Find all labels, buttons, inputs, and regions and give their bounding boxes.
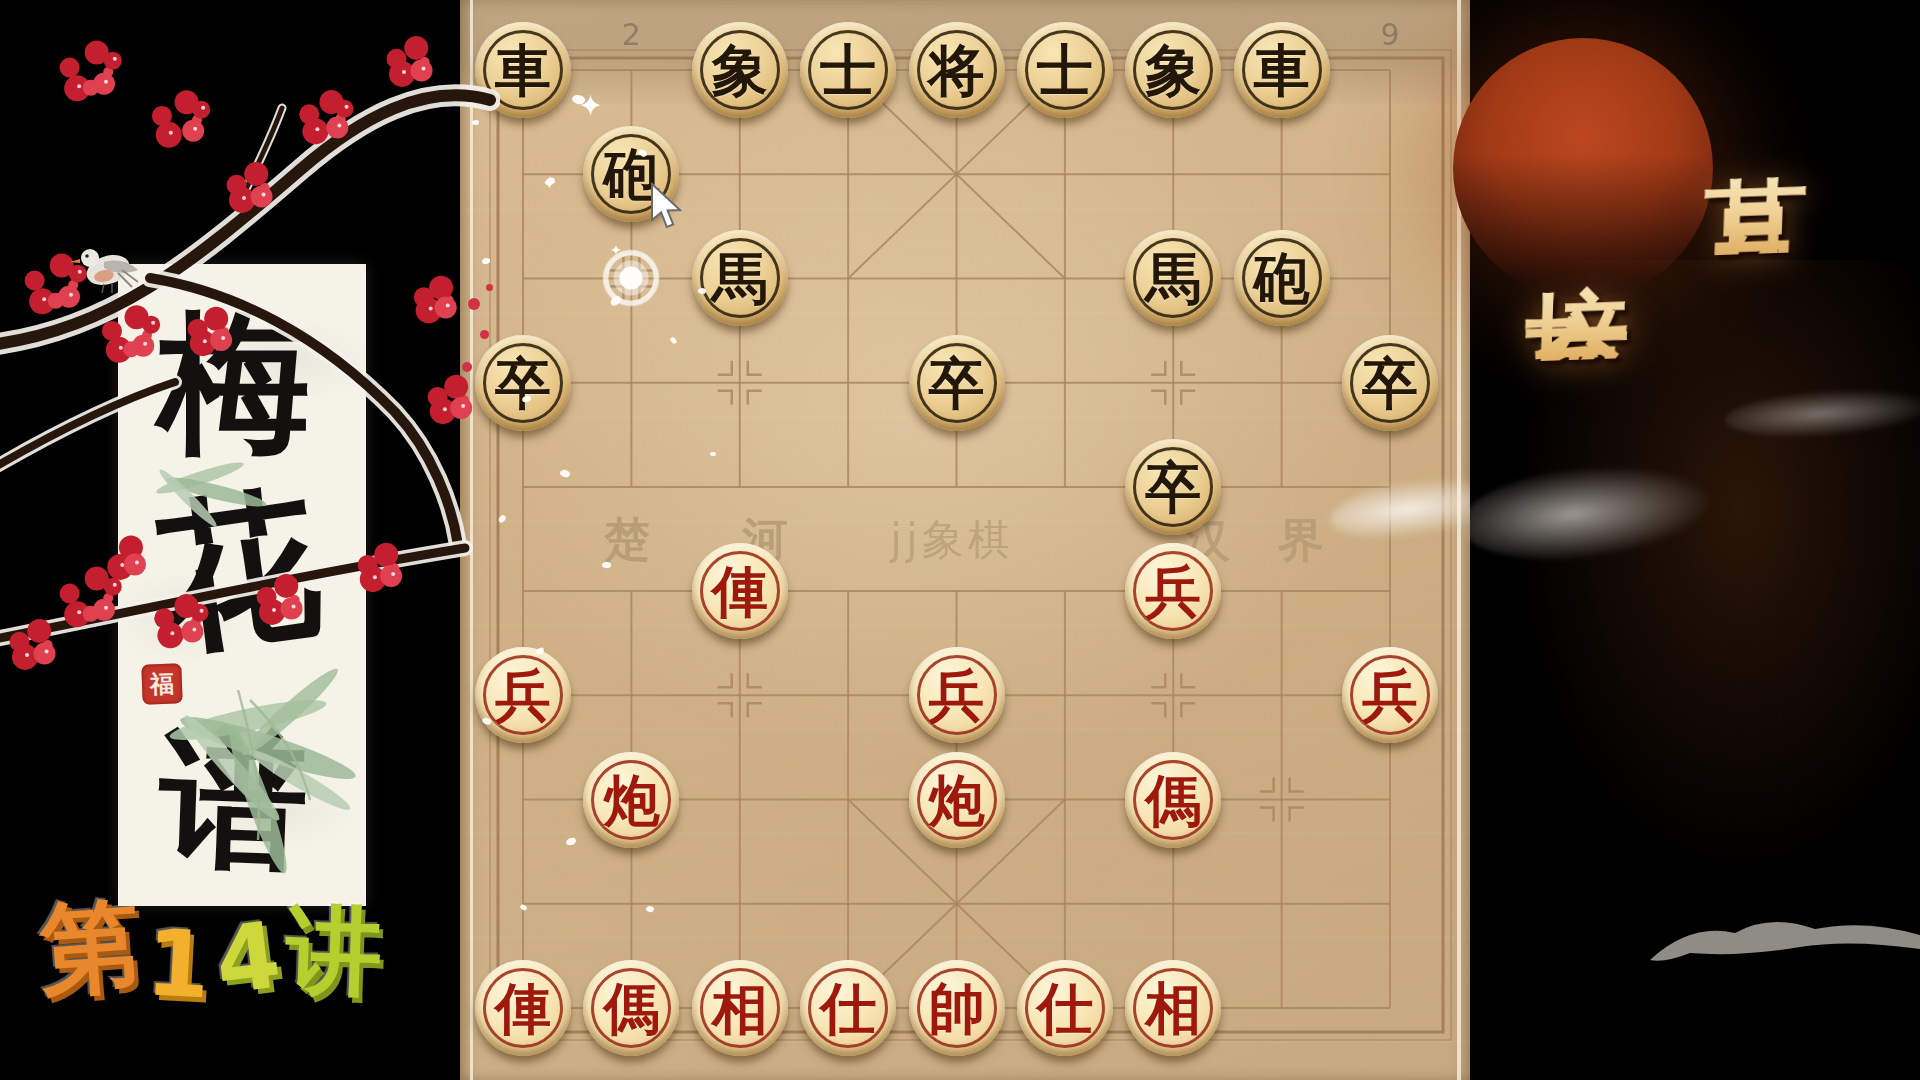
piece-glyph: 炮 bbox=[929, 752, 985, 848]
piece-glyph: 帥 bbox=[929, 960, 985, 1056]
piece-glyph: 俥 bbox=[495, 960, 551, 1056]
piece-glyph: 馬 bbox=[712, 230, 768, 326]
petal-decoration bbox=[482, 258, 490, 264]
piece-glyph: 仕 bbox=[1037, 960, 1093, 1056]
piece-glyph: 卒 bbox=[495, 335, 551, 431]
mountain-silhouette bbox=[1650, 905, 1920, 967]
file-label-9: 9 bbox=[1380, 17, 1399, 52]
piece-glyph: 卒 bbox=[1145, 439, 1201, 535]
piece-glyph: 象 bbox=[1145, 22, 1201, 118]
piece-glyph: 傌 bbox=[1145, 752, 1201, 848]
piece-glyph: 兵 bbox=[929, 647, 985, 743]
piece-glyph: 士 bbox=[1037, 22, 1093, 118]
piece-glyph: 将 bbox=[929, 22, 985, 118]
piece-glyph: 兵 bbox=[495, 647, 551, 743]
piece-red-chariot[interactable]: 俥 bbox=[692, 543, 788, 639]
episode-char: 讲 bbox=[284, 886, 384, 1019]
banner-column-left: 培育象棋人才 bbox=[1519, 196, 1641, 362]
jj-xiangqi-watermark: jj象棋 bbox=[890, 512, 1013, 568]
piece-red-chariot[interactable]: 俥 bbox=[475, 960, 571, 1056]
piece-red-elephant[interactable]: 相 bbox=[1125, 960, 1221, 1056]
piece-black-chariot[interactable]: 車 bbox=[475, 22, 571, 118]
piece-black-soldier[interactable]: 卒 bbox=[1125, 439, 1221, 535]
piece-glyph: 相 bbox=[1145, 960, 1201, 1056]
piece-black-soldier[interactable]: 卒 bbox=[909, 335, 1005, 431]
piece-glyph: 炮 bbox=[603, 752, 659, 848]
episode-char: 第 bbox=[35, 879, 144, 1021]
piece-glyph: 俥 bbox=[712, 543, 768, 639]
piece-black-chariot[interactable]: 車 bbox=[1234, 22, 1330, 118]
blossom-petal bbox=[468, 298, 480, 310]
piece-glyph: 兵 bbox=[1362, 647, 1418, 743]
piece-glyph: 傌 bbox=[603, 960, 659, 1056]
episode-char: 1 bbox=[143, 909, 213, 1019]
seal-text: 福 bbox=[149, 668, 174, 701]
piece-black-elephant[interactable]: 象 bbox=[1125, 22, 1221, 118]
calligraphy-scroll: 梅 花 谱 福 bbox=[118, 264, 366, 906]
piece-red-general[interactable]: 帥 bbox=[909, 960, 1005, 1056]
piece-black-horse[interactable]: 馬 bbox=[692, 230, 788, 326]
piece-black-advisor[interactable]: 士 bbox=[800, 22, 896, 118]
last-move-origin-glow bbox=[596, 243, 666, 313]
piece-red-cannon[interactable]: 炮 bbox=[909, 752, 1005, 848]
banner-column-right: 莒县象棋协会 bbox=[1697, 90, 1819, 256]
blossom-petal bbox=[480, 330, 489, 339]
episode-title: 第14讲 bbox=[40, 882, 460, 1017]
file-label-2: 2 bbox=[622, 17, 641, 52]
mouse-cursor-icon bbox=[648, 182, 688, 234]
piece-red-elephant[interactable]: 相 bbox=[692, 960, 788, 1056]
piece-glyph: 相 bbox=[712, 960, 768, 1056]
piece-red-advisor[interactable]: 仕 bbox=[800, 960, 896, 1056]
piece-black-cannon[interactable]: 砲 bbox=[1234, 230, 1330, 326]
piece-red-advisor[interactable]: 仕 bbox=[1017, 960, 1113, 1056]
piece-black-general[interactable]: 将 bbox=[909, 22, 1005, 118]
piece-glyph: 馬 bbox=[1145, 230, 1201, 326]
left-decor-panel: 梅 花 谱 福 第14讲 bbox=[0, 0, 460, 1080]
piece-glyph: 象 bbox=[712, 22, 768, 118]
right-banner-panel: 莒县象棋协会 培育象棋人才 bbox=[1470, 0, 1920, 1080]
piece-glyph: 卒 bbox=[929, 335, 985, 431]
blossom-petal bbox=[486, 284, 493, 291]
piece-black-advisor[interactable]: 士 bbox=[1017, 22, 1113, 118]
episode-char: 4 bbox=[210, 901, 287, 1015]
piece-glyph: 車 bbox=[1254, 22, 1310, 118]
screenshot-stage: 楚 河 汉 界 jj象棋 車象士将士象車砲馬馬砲卒卒卒卒俥兵兵兵兵炮炮傌俥傌相仕… bbox=[0, 0, 1920, 1080]
piece-glyph: 車 bbox=[495, 22, 551, 118]
piece-glyph: 兵 bbox=[1145, 543, 1201, 639]
sparkle-icon: ✦ bbox=[542, 172, 557, 193]
piece-glyph: 仕 bbox=[820, 960, 876, 1056]
piece-red-soldier[interactable]: 兵 bbox=[1342, 647, 1438, 743]
sparkle-icon: ✦ bbox=[578, 88, 603, 123]
blossom-petal bbox=[462, 362, 472, 372]
sparkle-icon: ✦ bbox=[610, 242, 622, 258]
piece-red-cannon[interactable]: 炮 bbox=[583, 752, 679, 848]
xiangqi-board-panel: 楚 河 汉 界 jj象棋 車象士将士象車砲馬馬砲卒卒卒卒俥兵兵兵兵炮炮傌俥傌相仕… bbox=[460, 0, 1470, 1080]
scroll-char-hua: 花 bbox=[142, 454, 333, 693]
piece-red-soldier[interactable]: 兵 bbox=[1125, 543, 1221, 639]
piece-black-soldier[interactable]: 卒 bbox=[1342, 335, 1438, 431]
piece-glyph: 士 bbox=[820, 22, 876, 118]
piece-red-horse[interactable]: 傌 bbox=[1125, 752, 1221, 848]
piece-glyph: 砲 bbox=[1254, 230, 1310, 326]
scroll-char-pu: 谱 bbox=[157, 699, 312, 904]
red-seal-stamp: 福 bbox=[141, 663, 182, 704]
piece-red-soldier[interactable]: 兵 bbox=[475, 647, 571, 743]
piece-red-horse[interactable]: 傌 bbox=[583, 960, 679, 1056]
piece-black-elephant[interactable]: 象 bbox=[692, 22, 788, 118]
piece-black-horse[interactable]: 馬 bbox=[1125, 230, 1221, 326]
piece-black-soldier[interactable]: 卒 bbox=[475, 335, 571, 431]
piece-glyph: 卒 bbox=[1362, 335, 1418, 431]
piece-red-soldier[interactable]: 兵 bbox=[909, 647, 1005, 743]
